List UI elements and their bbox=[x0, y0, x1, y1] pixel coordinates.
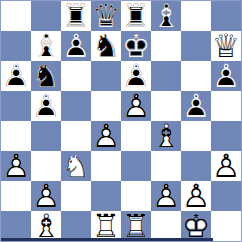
square-a2[interactable] bbox=[1, 181, 31, 211]
white-pawn-glyph-outline: ♙ bbox=[211, 151, 241, 181]
square-c6[interactable] bbox=[61, 61, 91, 91]
black-pawn-glyph-outline: ♙ bbox=[211, 61, 241, 91]
square-h2[interactable] bbox=[211, 181, 241, 211]
white-pawn[interactable]: ♟♙ bbox=[151, 181, 181, 211]
square-c3[interactable]: ♞♘ bbox=[61, 151, 91, 181]
white-pawn-glyph-outline: ♙ bbox=[151, 181, 181, 211]
square-d6[interactable] bbox=[91, 61, 121, 91]
white-pawn-glyph-outline: ♙ bbox=[91, 121, 121, 151]
white-rook[interactable]: ♜♖ bbox=[91, 211, 121, 241]
black-knight-glyph-outline: ♘ bbox=[91, 31, 121, 61]
square-a8[interactable] bbox=[1, 1, 31, 31]
square-f2[interactable]: ♟♙ bbox=[151, 181, 181, 211]
white-knight-glyph-outline: ♘ bbox=[61, 151, 91, 181]
square-f1[interactable] bbox=[151, 211, 181, 241]
white-rook[interactable]: ♜♖ bbox=[121, 211, 151, 241]
square-f6[interactable] bbox=[151, 61, 181, 91]
black-bishop-glyph-outline: ♗ bbox=[151, 1, 181, 31]
square-d1[interactable]: ♜♖ bbox=[91, 211, 121, 241]
square-h3[interactable]: ♟♙ bbox=[211, 151, 241, 181]
black-pawn-glyph-outline: ♙ bbox=[181, 91, 211, 121]
square-c2[interactable] bbox=[61, 181, 91, 211]
square-d4[interactable]: ♟♙ bbox=[91, 121, 121, 151]
black-pawn[interactable]: ♟♙ bbox=[61, 31, 91, 61]
bottom-edge-bar bbox=[1, 238, 213, 241]
square-h5[interactable] bbox=[211, 91, 241, 121]
white-bishop[interactable]: ♝♗ bbox=[151, 121, 181, 151]
square-g1[interactable]: ♚♔ bbox=[181, 211, 211, 241]
square-g8[interactable] bbox=[181, 1, 211, 31]
square-h6[interactable]: ♟♙ bbox=[211, 61, 241, 91]
square-d7[interactable]: ♞♘ bbox=[91, 31, 121, 61]
square-g5[interactable]: ♟♙ bbox=[181, 91, 211, 121]
square-c1[interactable] bbox=[61, 211, 91, 241]
square-e3[interactable] bbox=[121, 151, 151, 181]
square-e4[interactable] bbox=[121, 121, 151, 151]
square-f8[interactable]: ♝♗ bbox=[151, 1, 181, 31]
white-knight[interactable]: ♞♘ bbox=[61, 151, 91, 181]
white-pawn[interactable]: ♟♙ bbox=[1, 151, 31, 181]
square-a1[interactable] bbox=[1, 211, 31, 241]
white-pawn[interactable]: ♟♙ bbox=[91, 121, 121, 151]
white-king[interactable]: ♚♔ bbox=[181, 211, 211, 241]
white-pawn-glyph-outline: ♙ bbox=[1, 151, 31, 181]
square-g4[interactable] bbox=[181, 121, 211, 151]
square-g7[interactable] bbox=[181, 31, 211, 61]
square-b5[interactable]: ♟♙ bbox=[31, 91, 61, 121]
white-bishop[interactable]: ♝♗ bbox=[31, 211, 61, 241]
white-rook-glyph-outline: ♖ bbox=[121, 211, 151, 241]
square-a6[interactable]: ♟♙ bbox=[1, 61, 31, 91]
black-pawn[interactable]: ♟♙ bbox=[181, 91, 211, 121]
black-knight[interactable]: ♞♘ bbox=[91, 31, 121, 61]
square-e5[interactable]: ♟♙ bbox=[121, 91, 151, 121]
square-h1[interactable] bbox=[211, 211, 241, 241]
white-king-glyph-outline: ♔ bbox=[181, 211, 211, 241]
white-bishop-glyph-outline: ♗ bbox=[31, 211, 61, 241]
square-b4[interactable] bbox=[31, 121, 61, 151]
square-a5[interactable] bbox=[1, 91, 31, 121]
square-b1[interactable]: ♝♗ bbox=[31, 211, 61, 241]
black-pawn-glyph-outline: ♙ bbox=[61, 31, 91, 61]
square-d3[interactable] bbox=[91, 151, 121, 181]
square-c7[interactable]: ♟♙ bbox=[61, 31, 91, 61]
chess-board-frame: ♜♖♛♕♜♖♝♗♝♗♟♙♞♘♚♔♛♕♟♙♞♘♟♙♟♙♟♙♟♙♟♙♟♙♝♗♟♙♞♘… bbox=[0, 0, 242, 242]
black-pawn[interactable]: ♟♙ bbox=[1, 61, 31, 91]
black-pawn-glyph-outline: ♙ bbox=[1, 61, 31, 91]
square-f7[interactable] bbox=[151, 31, 181, 61]
white-pawn-glyph-outline: ♙ bbox=[121, 91, 151, 121]
square-a3[interactable]: ♟♙ bbox=[1, 151, 31, 181]
black-pawn-glyph-outline: ♙ bbox=[31, 91, 61, 121]
chess-board: ♜♖♛♕♜♖♝♗♝♗♟♙♞♘♚♔♛♕♟♙♞♘♟♙♟♙♟♙♟♙♟♙♟♙♝♗♟♙♞♘… bbox=[1, 1, 241, 241]
square-c5[interactable] bbox=[61, 91, 91, 121]
black-pawn[interactable]: ♟♙ bbox=[31, 91, 61, 121]
black-bishop[interactable]: ♝♗ bbox=[151, 1, 181, 31]
square-f4[interactable]: ♝♗ bbox=[151, 121, 181, 151]
white-rook-glyph-outline: ♖ bbox=[91, 211, 121, 241]
white-pawn[interactable]: ♟♙ bbox=[121, 91, 151, 121]
white-pawn[interactable]: ♟♙ bbox=[211, 151, 241, 181]
black-pawn[interactable]: ♟♙ bbox=[211, 61, 241, 91]
square-e1[interactable]: ♜♖ bbox=[121, 211, 151, 241]
white-bishop-glyph-outline: ♗ bbox=[151, 121, 181, 151]
